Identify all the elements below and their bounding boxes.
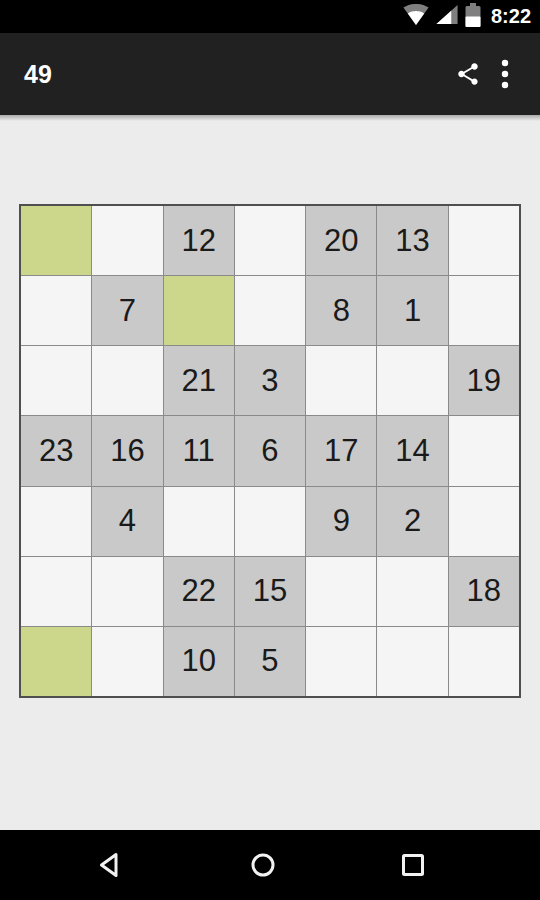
board-cell-r4c2[interactable]: 16 bbox=[92, 416, 162, 485]
board-cell-r6c7[interactable]: 18 bbox=[449, 557, 519, 626]
board-cell-r7c3[interactable]: 10 bbox=[164, 627, 234, 696]
cell-signal-icon bbox=[436, 5, 458, 28]
clock: 8:22 bbox=[491, 5, 531, 28]
board-cell-r6c2[interactable] bbox=[92, 557, 162, 626]
board-cell-r4c3[interactable]: 11 bbox=[164, 416, 234, 485]
board-cell-r1c4[interactable] bbox=[235, 206, 305, 275]
share-icon bbox=[455, 61, 481, 87]
board-cell-r5c1[interactable] bbox=[21, 487, 91, 556]
board-cell-r4c4[interactable]: 6 bbox=[235, 416, 305, 485]
board-cell-r1c1[interactable] bbox=[21, 206, 91, 275]
wifi-icon bbox=[403, 4, 429, 29]
board-cell-r6c4[interactable]: 15 bbox=[235, 557, 305, 626]
board-cell-r5c3[interactable] bbox=[164, 487, 234, 556]
back-button[interactable] bbox=[85, 841, 133, 889]
board-cell-r2c2[interactable]: 7 bbox=[92, 276, 162, 345]
board-cell-r3c4[interactable]: 3 bbox=[235, 346, 305, 415]
board-cell-r7c6[interactable] bbox=[377, 627, 447, 696]
board-cell-r1c6[interactable]: 13 bbox=[377, 206, 447, 275]
board-cell-r2c3[interactable] bbox=[164, 276, 234, 345]
nav-bar bbox=[0, 830, 540, 900]
board-cell-r4c7[interactable] bbox=[449, 416, 519, 485]
board-cell-r7c7[interactable] bbox=[449, 627, 519, 696]
board-cell-r1c2[interactable] bbox=[92, 206, 162, 275]
board-cell-r4c6[interactable]: 14 bbox=[377, 416, 447, 485]
board-cell-r4c5[interactable]: 17 bbox=[306, 416, 376, 485]
board-cell-r2c4[interactable] bbox=[235, 276, 305, 345]
board-cell-r4c1[interactable]: 23 bbox=[21, 416, 91, 485]
recents-button[interactable] bbox=[389, 841, 437, 889]
board-cell-r2c1[interactable] bbox=[21, 276, 91, 345]
board-cell-r5c7[interactable] bbox=[449, 487, 519, 556]
board-cell-r2c7[interactable] bbox=[449, 276, 519, 345]
status-bar: 8:22 bbox=[0, 0, 540, 33]
overflow-menu-button[interactable] bbox=[488, 54, 522, 94]
board-cell-r7c1[interactable] bbox=[21, 627, 91, 696]
back-icon bbox=[96, 851, 122, 879]
board-cell-r6c6[interactable] bbox=[377, 557, 447, 626]
board-cell-r6c1[interactable] bbox=[21, 557, 91, 626]
board-cell-r1c5[interactable]: 20 bbox=[306, 206, 376, 275]
board-cell-r2c5[interactable]: 8 bbox=[306, 276, 376, 345]
board-cell-r3c3[interactable]: 21 bbox=[164, 346, 234, 415]
app-bar: 49 bbox=[0, 33, 540, 115]
puzzle-board: 1220137812131923161161714492221518105 bbox=[19, 204, 521, 698]
board-cell-r7c4[interactable]: 5 bbox=[235, 627, 305, 696]
board-cell-r7c5[interactable] bbox=[306, 627, 376, 696]
board-cell-r1c7[interactable] bbox=[449, 206, 519, 275]
board-cell-r5c6[interactable]: 2 bbox=[377, 487, 447, 556]
board-cell-r5c2[interactable]: 4 bbox=[92, 487, 162, 556]
board-cell-r7c2[interactable] bbox=[92, 627, 162, 696]
recents-icon bbox=[401, 853, 425, 877]
board-cell-r3c6[interactable] bbox=[377, 346, 447, 415]
board-cell-r2c6[interactable]: 1 bbox=[377, 276, 447, 345]
board-cell-r1c3[interactable]: 12 bbox=[164, 206, 234, 275]
battery-icon bbox=[465, 3, 481, 31]
board-cell-r5c5[interactable]: 9 bbox=[306, 487, 376, 556]
home-icon bbox=[250, 852, 276, 878]
board-cell-r6c5[interactable] bbox=[306, 557, 376, 626]
page-title: 49 bbox=[24, 60, 448, 89]
board-cell-r3c2[interactable] bbox=[92, 346, 162, 415]
overflow-menu-icon bbox=[501, 59, 509, 89]
board-cell-r5c4[interactable] bbox=[235, 487, 305, 556]
home-button[interactable] bbox=[239, 841, 287, 889]
board-cell-r3c1[interactable] bbox=[21, 346, 91, 415]
share-button[interactable] bbox=[448, 54, 488, 94]
board-cell-r6c3[interactable]: 22 bbox=[164, 557, 234, 626]
board-cell-r3c7[interactable]: 19 bbox=[449, 346, 519, 415]
board-cell-r3c5[interactable] bbox=[306, 346, 376, 415]
